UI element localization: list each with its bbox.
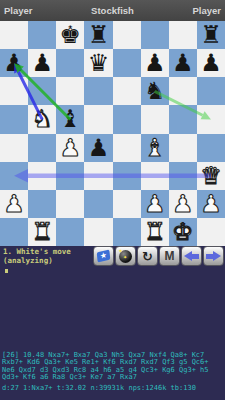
square-c7[interactable] (56, 49, 84, 77)
piece-white-pawn-c4[interactable]: ♟ (56, 134, 84, 162)
piece-black-bishop-c5[interactable]: ♝ (56, 105, 84, 133)
flag-star-icon: ★ (97, 249, 111, 262)
square-b7[interactable]: ♟ (28, 49, 56, 77)
square-h6[interactable] (197, 77, 225, 105)
square-d3[interactable] (84, 162, 112, 190)
square-d1[interactable] (84, 218, 112, 246)
square-c5[interactable]: ♝ (56, 105, 84, 133)
engine-output[interactable]: [26] 10.48 Nxa7+ Bxa7 Qa3 Nh5 Qxa7 Nxf4 … (2, 352, 225, 392)
piece-white-pawn-g2[interactable]: ♟ (169, 190, 197, 218)
toolbar: ★ ✦ ✦ ↻ M (93, 246, 224, 266)
square-f3[interactable] (141, 162, 169, 190)
piece-black-pawn-b7[interactable]: ♟ (28, 49, 56, 77)
square-e5[interactable] (113, 105, 141, 133)
square-a3[interactable] (0, 162, 28, 190)
square-d8[interactable]: ♜ (84, 21, 112, 49)
square-d6[interactable] (84, 77, 112, 105)
square-f6[interactable]: ♞ (141, 77, 169, 105)
white-player-label: Player (4, 5, 33, 16)
square-c3[interactable] (56, 162, 84, 190)
square-a5[interactable] (0, 105, 28, 133)
square-d7[interactable]: ♛ (84, 49, 112, 77)
square-b8[interactable] (28, 21, 56, 49)
square-h1[interactable] (197, 218, 225, 246)
circular-arrow-icon: ↻ (142, 250, 153, 263)
right-arrow-icon (206, 251, 221, 261)
board-flag-button[interactable]: ★ (93, 246, 114, 266)
piece-black-king-c8[interactable]: ♚ (56, 21, 84, 49)
piece-black-pawn-d4[interactable]: ♟ (84, 134, 112, 162)
piece-black-knight-f6[interactable]: ♞ (141, 77, 169, 105)
square-b5[interactable]: ♞ (28, 105, 56, 133)
status-bullet (5, 269, 8, 273)
engine-name-label: Stockfish (0, 5, 225, 16)
move-status-line2: (analyzing) (3, 256, 71, 265)
square-g8[interactable] (169, 21, 197, 49)
square-a6[interactable] (0, 77, 28, 105)
square-h8[interactable]: ♜ (197, 21, 225, 49)
square-a2[interactable]: ♟ (0, 190, 28, 218)
square-a7[interactable]: ♟ (0, 49, 28, 77)
piece-white-pawn-h2[interactable]: ♟ (197, 190, 225, 218)
piece-black-queen-d7[interactable]: ♛ (84, 49, 112, 77)
square-h3[interactable]: ♛ (197, 162, 225, 190)
square-f7[interactable]: ♟ (141, 49, 169, 77)
square-e3[interactable] (113, 162, 141, 190)
square-g6[interactable] (169, 77, 197, 105)
analysis-refresh-button[interactable]: ↻ (137, 246, 158, 266)
square-f1[interactable]: ♜ (141, 218, 169, 246)
square-a4[interactable] (0, 134, 28, 162)
square-b1[interactable]: ♜ (28, 218, 56, 246)
piece-white-pawn-f2[interactable]: ♟ (141, 190, 169, 218)
square-d5[interactable] (84, 105, 112, 133)
engine-pv-line: Qd3+ Kf6 a6 Ra8 Qc3+ Ke7 a7 Rxa7 (2, 374, 225, 381)
square-b6[interactable] (28, 77, 56, 105)
left-arrow-icon (184, 251, 199, 261)
mode-button[interactable]: M (159, 246, 180, 266)
piece-black-pawn-a7[interactable]: ♟ (0, 49, 28, 77)
engine-pv-lines: [26] 10.48 Nxa7+ Bxa7 Qa3 Nh5 Qxa7 Nxf4 … (2, 352, 225, 381)
square-c6[interactable] (56, 77, 84, 105)
square-f8[interactable] (141, 21, 169, 49)
piece-black-pawn-h7[interactable]: ♟ (197, 49, 225, 77)
square-a1[interactable] (0, 218, 28, 246)
square-e4[interactable] (113, 134, 141, 162)
square-g5[interactable] (169, 105, 197, 133)
square-b2[interactable] (28, 190, 56, 218)
square-c8[interactable]: ♚ (56, 21, 84, 49)
square-e2[interactable] (113, 190, 141, 218)
square-g2[interactable]: ♟ (169, 190, 197, 218)
square-b4[interactable] (28, 134, 56, 162)
engine-stats-line: d:27 1:Nxa7+ t:32.02 n:39931k nps:1246k … (2, 385, 225, 392)
square-e1[interactable] (113, 218, 141, 246)
piece-white-rook-b1[interactable]: ♜ (28, 218, 56, 246)
redo-move-button[interactable] (203, 246, 224, 266)
piece-white-queen-h3[interactable]: ♛ (197, 162, 225, 190)
chess-board: ♚♜♜♟♟♛♟♟♟♞♞♝♟♟♝♛♟♟♟♟♜♜♚ (0, 21, 225, 246)
square-e6[interactable] (113, 77, 141, 105)
sparkle-ball-icon: ✦ ✦ (119, 250, 132, 263)
square-f2[interactable]: ♟ (141, 190, 169, 218)
square-h7[interactable]: ♟ (197, 49, 225, 77)
undo-move-button[interactable] (181, 246, 202, 266)
square-a8[interactable] (0, 21, 28, 49)
engine-sphere-button[interactable]: ✦ ✦ (115, 246, 136, 266)
star-icon: ★ (97, 249, 111, 262)
square-c4[interactable]: ♟ (56, 134, 84, 162)
piece-black-pawn-f7[interactable]: ♟ (141, 49, 169, 77)
square-d2[interactable] (84, 190, 112, 218)
black-player-label: Player (192, 5, 221, 16)
move-status-line1: 1. White's move (3, 247, 71, 256)
square-e8[interactable] (113, 21, 141, 49)
move-status: 1. White's move (analyzing) (3, 247, 71, 265)
square-h2[interactable]: ♟ (197, 190, 225, 218)
square-g1[interactable]: ♚ (169, 218, 197, 246)
bottom-panel: 1. White's move (analyzing) ★ ✦ ✦ ↻ M (0, 246, 225, 400)
chess-app: Stockfish Player Player ♚♜♜♟♟♛♟♟♟♞♞♝♟♟♝♛… (0, 0, 225, 400)
square-g3[interactable] (169, 162, 197, 190)
mode-label: M (165, 249, 175, 263)
piece-white-rook-f1[interactable]: ♜ (141, 218, 169, 246)
square-f5[interactable] (141, 105, 169, 133)
sparkle-icon: ✦ (123, 254, 127, 260)
square-g7[interactable]: ♟ (169, 49, 197, 77)
square-g4[interactable] (169, 134, 197, 162)
piece-black-pawn-g7[interactable]: ♟ (169, 49, 197, 77)
square-e7[interactable] (113, 49, 141, 77)
square-c2[interactable] (56, 190, 84, 218)
title-bar: Stockfish Player Player (0, 0, 225, 21)
square-d4[interactable]: ♟ (84, 134, 112, 162)
piece-white-knight-b5[interactable]: ♞ (28, 105, 56, 133)
square-c1[interactable] (56, 218, 84, 246)
piece-white-pawn-a2[interactable]: ♟ (0, 190, 28, 218)
square-h4[interactable] (197, 134, 225, 162)
square-f4[interactable]: ♝ (141, 134, 169, 162)
piece-white-bishop-f4[interactable]: ♝ (141, 134, 169, 162)
piece-black-rook-d8[interactable]: ♜ (84, 21, 112, 49)
piece-black-rook-h8[interactable]: ♜ (197, 21, 225, 49)
square-b3[interactable] (28, 162, 56, 190)
piece-white-king-g1[interactable]: ♚ (169, 218, 197, 246)
square-h5[interactable] (197, 105, 225, 133)
